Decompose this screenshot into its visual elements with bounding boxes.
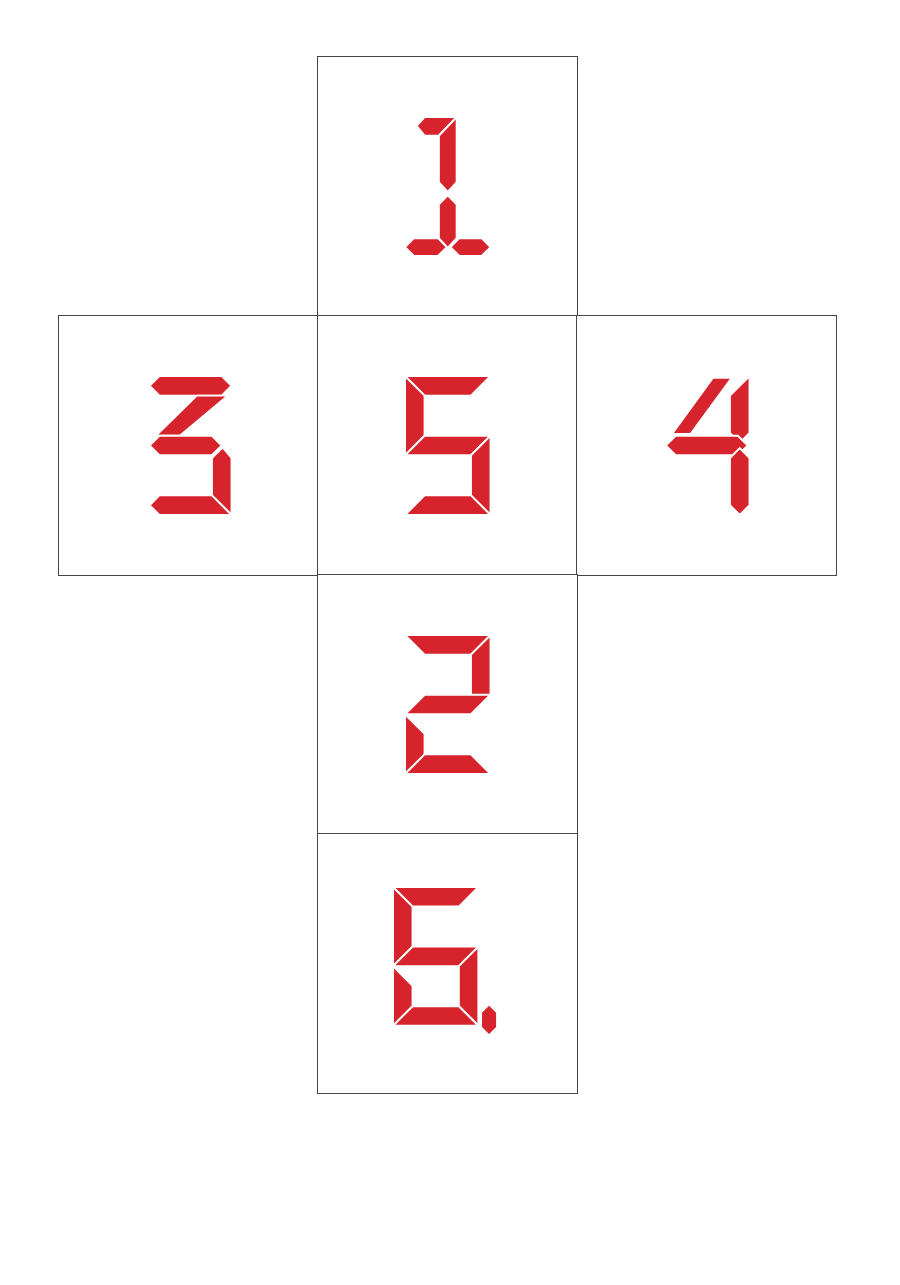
die-face-6-with-dot xyxy=(318,834,577,1093)
digit-1-glyph xyxy=(405,117,491,256)
digit-6-glyph xyxy=(393,887,502,1040)
digit-5-glyph xyxy=(405,376,491,515)
die-face-4 xyxy=(577,316,836,575)
die-face-3 xyxy=(59,316,318,575)
empty-area xyxy=(577,57,836,316)
digit-4-glyph xyxy=(664,376,750,515)
empty-area xyxy=(59,57,318,316)
empty-area xyxy=(577,575,836,834)
die-face-1 xyxy=(318,57,577,316)
cube-net-grid xyxy=(59,57,836,1093)
digit-3-glyph xyxy=(146,376,232,515)
digit-2-glyph xyxy=(405,635,491,774)
die-face-2 xyxy=(318,575,577,834)
empty-area xyxy=(577,834,836,1093)
empty-area xyxy=(59,575,318,834)
die-face-5 xyxy=(318,316,577,575)
empty-area xyxy=(59,834,318,1093)
